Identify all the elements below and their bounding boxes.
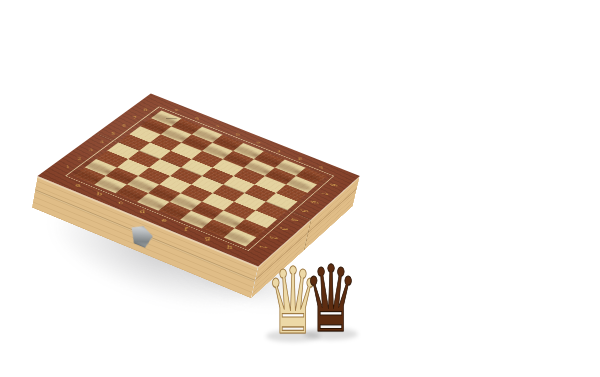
dark-queen-glyph: ♛: [304, 254, 358, 346]
product-photo: ♜♞♝♛♚♝♞♜♟♟♟♟♟♟♟♟♟♟♟♟♟♟♟♟♜♞♝♛♚♝♞♜ abcdefg…: [0, 0, 600, 377]
latch: [127, 221, 156, 251]
